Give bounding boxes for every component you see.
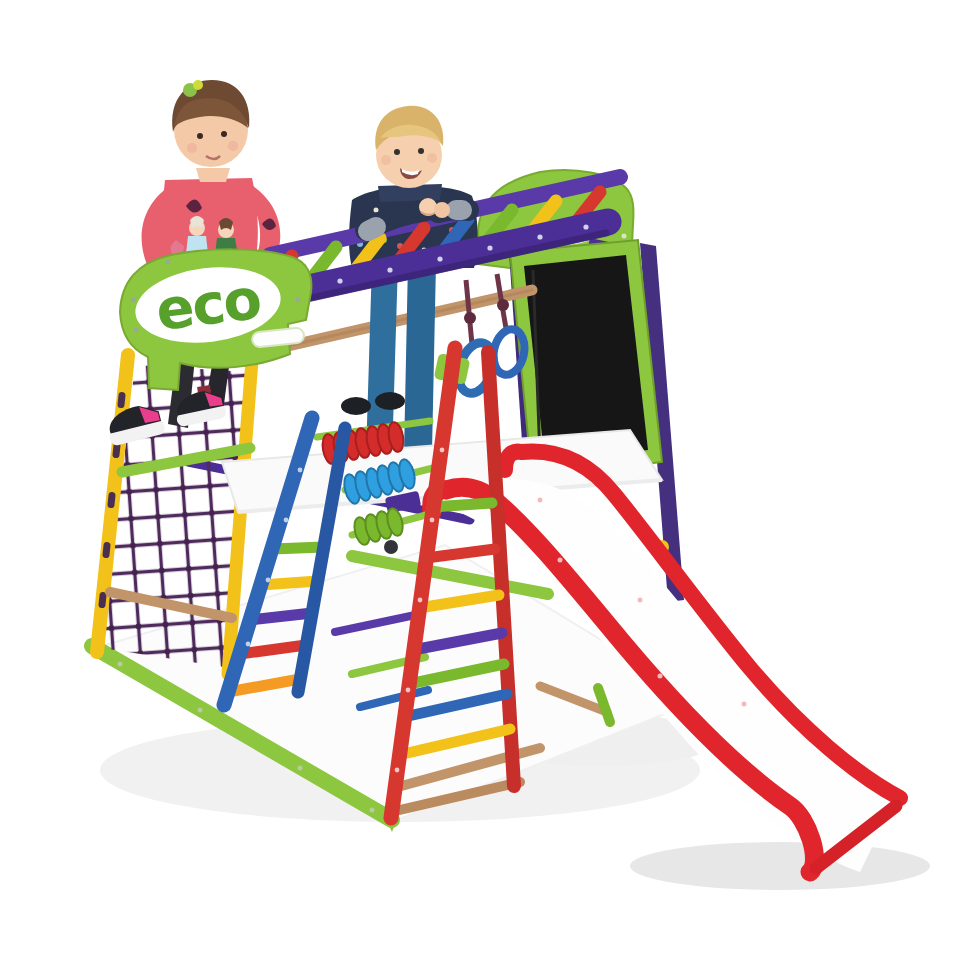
play-gym-scene: eco <box>0 0 980 980</box>
product-photo: eco <box>0 0 980 980</box>
boy-head <box>375 106 443 188</box>
eco-logo-text: eco <box>153 266 264 343</box>
